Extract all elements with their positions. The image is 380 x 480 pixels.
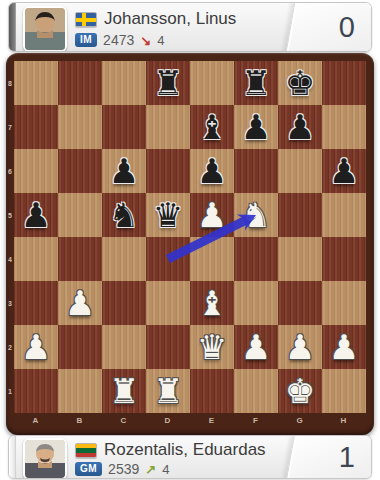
white-side-indicator [9, 436, 16, 478]
square-f8[interactable]: ♜ [234, 61, 278, 105]
black-pawn[interactable]: ♟ [197, 149, 227, 193]
square-b2[interactable] [58, 325, 102, 369]
square-c1[interactable]: ♜ [102, 369, 146, 413]
square-e3[interactable]: ♝ [190, 281, 234, 325]
chess-board: 87654321 ♜♜♚♝♟♟♟♟♟♟♞♛♟♞♟♝♟♛♟♟♟♜♜♚ ABCDEF… [6, 53, 374, 435]
top-player-title-badge: IM [75, 33, 97, 47]
rank-label-4: 4 [6, 237, 14, 281]
black-pawn[interactable]: ♟ [21, 193, 51, 237]
lithuania-flag-icon [75, 443, 97, 458]
file-label-f: F [234, 416, 278, 425]
rating-up-arrow-icon: ↗ [145, 462, 156, 477]
file-label-e: E [190, 416, 234, 425]
square-b8[interactable] [58, 61, 102, 105]
square-c5[interactable]: ♞ [102, 193, 146, 237]
white-knight[interactable]: ♞ [241, 193, 271, 237]
square-g8[interactable]: ♚ [278, 61, 322, 105]
square-a3[interactable] [14, 281, 58, 325]
square-f7[interactable]: ♟ [234, 105, 278, 149]
rank-label-3: 3 [6, 281, 14, 325]
rank-label-7: 7 [6, 105, 14, 149]
white-bishop[interactable]: ♝ [197, 281, 227, 325]
square-f1[interactable] [234, 369, 278, 413]
bottom-player-card: Rozentalis, Eduardas GM 2539 ↗ 4 1 [8, 435, 372, 479]
white-pawn[interactable]: ♟ [329, 325, 359, 369]
avatar-placeholder-icon [25, 440, 65, 478]
rank-label-2: 2 [6, 325, 14, 369]
bottom-player-photo [23, 438, 67, 479]
square-a4[interactable] [14, 237, 58, 281]
black-pawn[interactable]: ♟ [109, 149, 139, 193]
file-labels: ABCDEFGH [14, 413, 366, 435]
square-e4[interactable] [190, 237, 234, 281]
rank-label-5: 5 [6, 193, 14, 237]
square-c6[interactable]: ♟ [102, 149, 146, 193]
square-g4[interactable] [278, 237, 322, 281]
square-g3[interactable] [278, 281, 322, 325]
white-pawn[interactable]: ♟ [285, 325, 315, 369]
white-pawn[interactable]: ♟ [241, 325, 271, 369]
black-pawn[interactable]: ♟ [241, 105, 271, 149]
square-c4[interactable] [102, 237, 146, 281]
sweden-flag-icon [75, 12, 97, 27]
top-player-score: 0 [339, 11, 355, 44]
square-g5[interactable] [278, 193, 322, 237]
file-label-b: B [58, 416, 102, 425]
square-d7[interactable] [146, 105, 190, 149]
square-a1[interactable] [14, 369, 58, 413]
white-king[interactable]: ♚ [285, 369, 315, 413]
square-d4[interactable] [146, 237, 190, 281]
square-d5[interactable]: ♛ [146, 193, 190, 237]
black-queen[interactable]: ♛ [153, 193, 183, 237]
black-pawn[interactable]: ♟ [329, 149, 359, 193]
square-f5[interactable]: ♞ [234, 193, 278, 237]
top-player-rating: 2473 [103, 32, 134, 48]
white-pawn[interactable]: ♟ [21, 325, 51, 369]
square-h1[interactable] [322, 369, 366, 413]
black-rook[interactable]: ♜ [241, 61, 271, 105]
score-wedge [286, 435, 372, 479]
square-a8[interactable] [14, 61, 58, 105]
square-b3[interactable]: ♟ [58, 281, 102, 325]
square-d1[interactable]: ♜ [146, 369, 190, 413]
top-player-rating-change: 4 [157, 33, 164, 48]
bottom-player-rating: 2539 [108, 461, 139, 477]
bottom-player-score: 1 [339, 441, 355, 474]
white-rook[interactable]: ♜ [153, 369, 183, 413]
square-g6[interactable] [278, 149, 322, 193]
square-d8[interactable]: ♜ [146, 61, 190, 105]
top-player-card: Johansson, Linus IM 2473 ↘ 4 0 [8, 2, 372, 52]
square-f3[interactable] [234, 281, 278, 325]
square-a6[interactable] [14, 149, 58, 193]
square-h8[interactable] [322, 61, 366, 105]
square-e8[interactable] [190, 61, 234, 105]
top-player-name: Johansson, Linus [104, 9, 236, 29]
square-a5[interactable]: ♟ [14, 193, 58, 237]
file-label-a: A [14, 416, 58, 425]
square-g1[interactable]: ♚ [278, 369, 322, 413]
file-label-h: H [322, 416, 366, 425]
black-side-indicator [9, 3, 16, 51]
square-e2[interactable]: ♛ [190, 325, 234, 369]
square-f6[interactable] [234, 149, 278, 193]
top-player-photo [23, 6, 67, 52]
square-g2[interactable]: ♟ [278, 325, 322, 369]
file-label-d: D [146, 416, 190, 425]
square-b6[interactable] [58, 149, 102, 193]
white-pawn[interactable]: ♟ [197, 193, 227, 237]
bottom-player-rating-change: 4 [162, 462, 169, 477]
square-d2[interactable] [146, 325, 190, 369]
black-king[interactable]: ♚ [285, 61, 315, 105]
rank-labels: 87654321 [6, 61, 14, 413]
square-a2[interactable]: ♟ [14, 325, 58, 369]
white-pawn[interactable]: ♟ [65, 281, 95, 325]
square-f4[interactable] [234, 237, 278, 281]
square-h7[interactable] [322, 105, 366, 149]
square-h4[interactable] [322, 237, 366, 281]
square-e5[interactable]: ♟ [190, 193, 234, 237]
bottom-player-title-badge: GM [75, 462, 102, 476]
square-e1[interactable] [190, 369, 234, 413]
square-c8[interactable] [102, 61, 146, 105]
square-a7[interactable] [14, 105, 58, 149]
avatar-placeholder-icon [25, 8, 65, 50]
rating-down-arrow-icon: ↘ [140, 33, 151, 48]
bottom-player-name: Rozentalis, Eduardas [104, 440, 266, 460]
square-h5[interactable] [322, 193, 366, 237]
rank-label-6: 6 [6, 149, 14, 193]
black-rook[interactable]: ♜ [153, 61, 183, 105]
square-h6[interactable]: ♟ [322, 149, 366, 193]
square-d3[interactable] [146, 281, 190, 325]
square-h3[interactable] [322, 281, 366, 325]
black-knight[interactable]: ♞ [109, 193, 139, 237]
white-queen[interactable]: ♛ [197, 325, 227, 369]
square-e7[interactable]: ♝ [190, 105, 234, 149]
black-pawn[interactable]: ♟ [285, 105, 315, 149]
rank-label-8: 8 [6, 61, 14, 105]
square-h2[interactable]: ♟ [322, 325, 366, 369]
white-rook[interactable]: ♜ [109, 369, 139, 413]
square-b4[interactable] [58, 237, 102, 281]
square-b7[interactable] [58, 105, 102, 149]
board-grid: ♜♜♚♝♟♟♟♟♟♟♞♛♟♞♟♝♟♛♟♟♟♜♜♚ [14, 61, 366, 413]
square-f2[interactable]: ♟ [234, 325, 278, 369]
black-bishop[interactable]: ♝ [197, 105, 227, 149]
square-e6[interactable]: ♟ [190, 149, 234, 193]
square-b1[interactable] [58, 369, 102, 413]
square-c3[interactable] [102, 281, 146, 325]
square-g7[interactable]: ♟ [278, 105, 322, 149]
file-label-g: G [278, 416, 322, 425]
rank-label-1: 1 [6, 369, 14, 413]
square-c2[interactable] [102, 325, 146, 369]
square-b5[interactable] [58, 193, 102, 237]
square-c7[interactable] [102, 105, 146, 149]
square-d6[interactable] [146, 149, 190, 193]
score-wedge [285, 2, 372, 52]
file-label-c: C [102, 416, 146, 425]
